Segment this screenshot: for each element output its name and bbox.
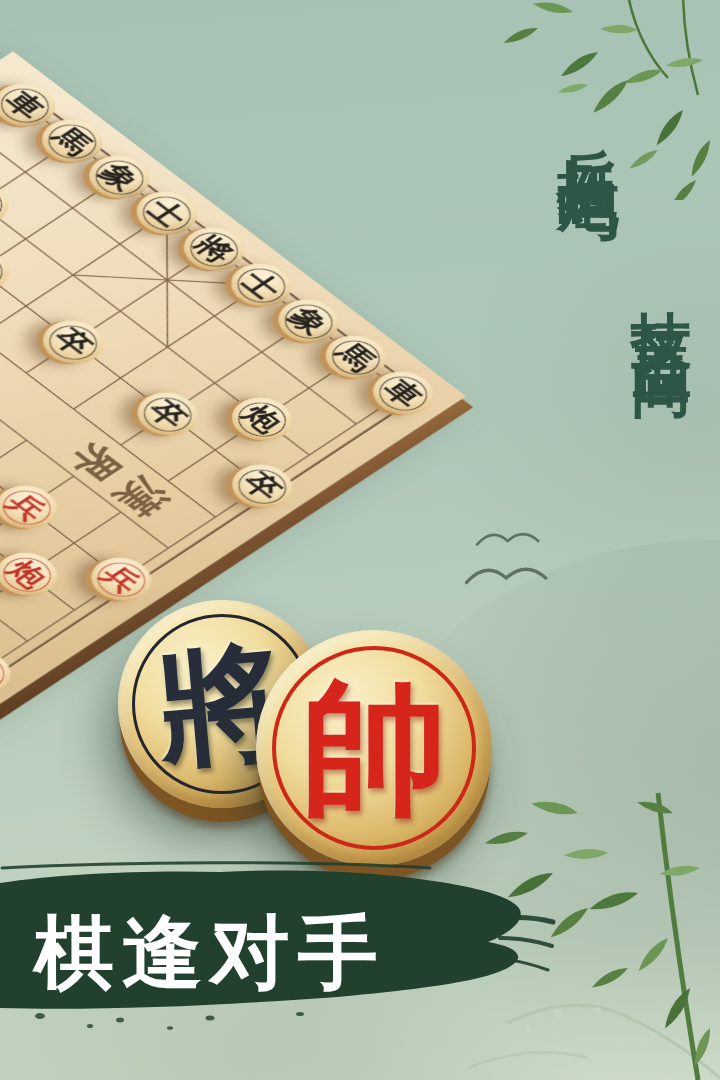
piece-glyph: 兵 <box>96 561 146 597</box>
piece-glyph: 士 <box>142 195 192 231</box>
tagline-column-1: 兵挺炮鸣 <box>546 98 630 146</box>
piece-glyph: 將 <box>189 231 239 267</box>
piece-glyph: 卒 <box>0 252 4 288</box>
piece-black-soldier[interactable]: 卒 <box>0 240 21 300</box>
piece-glyph: 車 <box>378 375 428 411</box>
birds-icon <box>448 518 578 613</box>
tagline-column-2: 技艺盖世间 <box>621 262 702 322</box>
piece-glyph: 卒 <box>143 396 193 432</box>
piece-glyph: 馬 <box>331 339 381 375</box>
hill-shape-upper <box>430 170 720 670</box>
piece-glyph: 炮 <box>0 185 3 221</box>
poster-background: 楚 河 漢 界 車馬象士將士象馬車炮炮卒卒卒卒卒兵兵兵兵兵炮炮俥傌相仕帥仕相傌俥… <box>0 0 720 1080</box>
piece-glyph: 兵 <box>2 489 52 525</box>
piece-glyph: 卒 <box>237 468 287 504</box>
piece-glyph: 卒 <box>48 324 98 360</box>
piece-red-soldier[interactable]: 兵 <box>79 549 164 609</box>
piece-glyph: 士 <box>236 267 286 303</box>
banner-title: 棋逢对手 <box>34 900 386 1008</box>
red-general-coin: 帥 <box>256 630 492 866</box>
piece-glyph: 馬 <box>47 123 97 159</box>
red-general-glyph: 帥 <box>301 675 447 821</box>
piece-glyph: 俥 <box>0 654 6 690</box>
piece-glyph: 象 <box>94 159 144 195</box>
piece-glyph: 車 <box>0 87 50 123</box>
piece-glyph: 炮 <box>2 556 52 592</box>
piece-black-soldier[interactable]: 卒 <box>125 384 210 444</box>
piece-black-cannon[interactable]: 炮 <box>220 389 305 449</box>
piece-black-cannon[interactable]: 炮 <box>0 173 21 233</box>
piece-glyph: 炮 <box>237 401 287 437</box>
piece-black-soldier[interactable]: 卒 <box>220 456 305 516</box>
piece-black-soldier[interactable]: 卒 <box>31 312 116 372</box>
piece-red-cannon[interactable]: 炮 <box>0 544 70 604</box>
piece-glyph: 象 <box>284 303 334 339</box>
piece-red-soldier[interactable]: 兵 <box>0 477 69 537</box>
